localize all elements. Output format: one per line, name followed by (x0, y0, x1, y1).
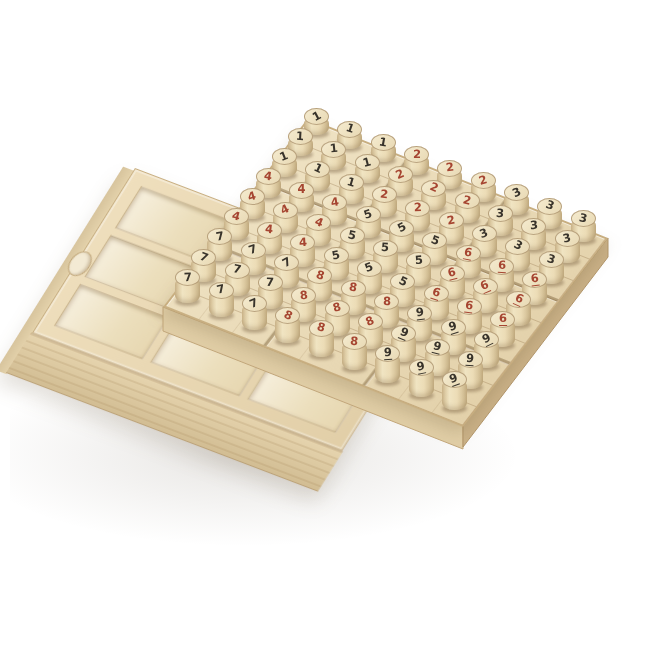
peg-digit: 1 (278, 150, 290, 164)
peg-digit: 6 (447, 266, 458, 281)
peg-top: 3 (571, 210, 596, 227)
peg-top: 7 (225, 262, 250, 279)
peg-digit: 6 (430, 286, 441, 301)
peg-top: 5 (340, 227, 365, 244)
peg-top: 2 (372, 186, 397, 203)
peg-top: 4 (306, 214, 331, 231)
peg-top: 7 (209, 282, 234, 299)
sudoku-peg: 8 (342, 333, 367, 370)
peg-top: 9 (442, 371, 467, 388)
peg-top: 8 (325, 300, 350, 317)
peg-top: 4 (257, 222, 282, 239)
peg-digit: 1 (312, 162, 324, 176)
peg-digit: 9 (448, 372, 460, 387)
peg-digit: 1 (346, 176, 357, 189)
peg-top: 3 (505, 238, 530, 255)
peg-top: 1 (272, 148, 297, 165)
peg-top: 9 (409, 359, 434, 376)
peg-top: 9 (458, 351, 483, 368)
peg-top: 5 (406, 252, 431, 269)
peg-digit: 9 (432, 340, 443, 355)
sudoku-peg: 8 (275, 307, 300, 343)
peg-top: 1 (371, 134, 396, 151)
peg-digit: 9 (480, 332, 493, 347)
sudoku-peg: 7 (242, 295, 267, 330)
peg-top: 6 (473, 278, 498, 295)
peg-digit: 8 (350, 335, 359, 347)
peg-digit: 5 (414, 254, 423, 266)
peg-top: 3 (539, 251, 564, 268)
sudoku-peg: 9 (442, 371, 467, 410)
peg-top: 2 (439, 212, 464, 229)
peg-digit: 3 (496, 208, 505, 220)
peg-digit: 2 (446, 214, 456, 227)
peg-digit: 6 (464, 299, 474, 313)
peg-digit: 1 (310, 110, 322, 124)
peg-digit: 9 (466, 353, 475, 367)
peg-digit: 6 (499, 313, 507, 326)
peg-top: 8 (342, 333, 367, 350)
peg-top: 6 (440, 265, 465, 282)
peg-top: 5 (356, 206, 381, 223)
peg-top: 7 (242, 295, 267, 312)
peg-digit: 9 (448, 320, 459, 335)
peg-top: 1 (321, 141, 346, 158)
peg-digit: 1 (296, 131, 305, 143)
peg-top: 9 (425, 339, 450, 356)
peg-digit: 6 (530, 272, 540, 286)
sudoku-peg: 8 (309, 320, 334, 357)
peg-top: 4 (256, 168, 281, 185)
peg-digit: 2 (414, 202, 422, 214)
peg-top: 1 (305, 161, 330, 178)
peg-digit: 7 (280, 255, 292, 269)
peg-digit: 4 (265, 224, 274, 236)
peg-digit: 3 (544, 199, 556, 213)
peg-digit: 5 (347, 229, 357, 242)
peg-digit: 4 (298, 236, 307, 248)
peg-top: 1 (355, 154, 380, 171)
sudoku-peg: 9 (375, 345, 400, 383)
peg-digit: 8 (364, 314, 376, 328)
peg-digit: 4 (330, 196, 340, 209)
product-photo-stage: 1112223331112223331112223334445556664445… (0, 0, 650, 650)
peg-top: 4 (289, 182, 314, 199)
peg-digit: 6 (463, 247, 473, 261)
peg-top: 9 (441, 319, 466, 336)
peg-top: 3 (555, 230, 580, 247)
peg-digit: 6 (513, 292, 526, 307)
peg-digit: 5 (363, 208, 374, 221)
peg-top: 2 (437, 160, 462, 177)
peg-digit: 3 (562, 232, 572, 245)
peg-top: 3 (521, 218, 546, 235)
peg-digit: 4 (279, 203, 291, 217)
peg-top: 5 (324, 247, 349, 264)
peg-top: 8 (358, 313, 383, 330)
pegs-layer: 1112223331112223331112223334445556664445… (0, 0, 650, 650)
peg-top: 4 (273, 202, 298, 219)
peg-digit: 4 (247, 190, 258, 203)
peg-top: 1 (337, 121, 362, 138)
peg-top: 8 (341, 280, 366, 297)
peg-digit: 2 (445, 162, 455, 175)
sudoku-peg: 7 (175, 269, 200, 303)
peg-digit: 7 (215, 230, 225, 243)
peg-top: 6 (489, 258, 514, 275)
peg-digit: 7 (266, 276, 275, 288)
peg-top: 8 (309, 320, 334, 337)
peg-digit: 8 (382, 296, 390, 308)
peg-top: 4 (290, 234, 315, 251)
peg-digit: 5 (429, 234, 440, 248)
peg-digit: 9 (383, 347, 391, 360)
peg-digit: 5 (364, 261, 376, 275)
peg-digit: 6 (479, 278, 491, 293)
peg-top: 6 (506, 291, 531, 308)
peg-digit: 7 (183, 272, 192, 284)
peg-top: 6 (457, 298, 482, 315)
peg-digit: 7 (248, 243, 259, 256)
peg-digit: 5 (397, 274, 409, 288)
peg-top: 9 (474, 331, 499, 348)
peg-digit: 3 (510, 186, 522, 200)
peg-digit: 3 (545, 253, 556, 266)
peg-top: 7 (241, 242, 266, 259)
peg-digit: 2 (462, 194, 473, 207)
peg-digit: 8 (299, 290, 308, 302)
peg-digit: 2 (478, 174, 489, 187)
peg-digit: 1 (344, 122, 355, 135)
peg-digit: 1 (329, 143, 338, 155)
peg-digit: 8 (316, 321, 327, 334)
peg-digit: 5 (331, 249, 341, 262)
peg-digit: 8 (282, 309, 294, 323)
peg-top: 3 (472, 225, 497, 242)
peg-top: 2 (405, 200, 430, 217)
peg-digit: 8 (314, 269, 325, 282)
peg-top: 2 (421, 180, 446, 197)
peg-digit: 2 (412, 149, 420, 161)
peg-digit: 6 (497, 259, 505, 272)
peg-top: 5 (357, 260, 382, 277)
peg-digit: 1 (378, 136, 388, 149)
peg-top: 5 (390, 273, 415, 290)
peg-digit: 2 (380, 188, 389, 200)
peg-digit: 9 (416, 360, 426, 374)
peg-digit: 7 (232, 264, 242, 277)
peg-digit: 3 (512, 239, 524, 253)
peg-digit: 4 (231, 210, 242, 223)
peg-digit: 2 (394, 168, 406, 182)
peg-digit: 8 (332, 301, 343, 314)
peg-digit: 8 (348, 282, 358, 295)
sudoku-peg: 7 (209, 282, 234, 317)
peg-digit: 5 (395, 221, 407, 235)
peg-digit: 1 (362, 156, 373, 169)
peg-top: 2 (455, 192, 480, 209)
peg-digit: 3 (578, 212, 588, 225)
peg-digit: 7 (248, 296, 260, 310)
peg-top: 5 (373, 240, 398, 257)
peg-top: 6 (490, 311, 515, 328)
peg-top: 2 (471, 172, 496, 189)
peg-digit: 3 (479, 227, 490, 241)
sudoku-peg: 9 (409, 359, 434, 397)
peg-top: 6 (424, 285, 449, 302)
peg-digit: 7 (198, 251, 210, 265)
peg-digit: 4 (313, 215, 325, 229)
peg-digit: 4 (263, 170, 273, 183)
peg-top: 4 (240, 188, 265, 205)
peg-top: 5 (389, 220, 414, 237)
peg-top: 1 (339, 174, 364, 191)
peg-digit: 4 (298, 184, 306, 196)
peg-digit: 9 (415, 307, 425, 321)
peg-top: 8 (374, 293, 399, 310)
peg-top: 3 (537, 198, 562, 215)
peg-top: 7 (274, 254, 299, 271)
peg-digit: 7 (216, 283, 226, 296)
peg-top: 4 (224, 208, 249, 225)
peg-digit: 5 (381, 242, 390, 254)
peg-top: 7 (258, 274, 283, 291)
peg-top: 6 (456, 245, 481, 262)
peg-digit: 3 (529, 220, 538, 232)
peg-digit: 9 (398, 326, 410, 341)
peg-digit: 2 (428, 181, 440, 195)
